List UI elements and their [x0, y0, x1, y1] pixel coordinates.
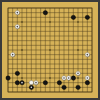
star-point	[77, 21, 79, 23]
star-point	[49, 77, 51, 79]
stone-black[interactable]	[85, 15, 89, 19]
stone-black[interactable]	[15, 81, 19, 85]
star-point	[77, 49, 79, 51]
move-number	[17, 12, 19, 14]
go-board[interactable]	[2, 2, 98, 98]
stone-black[interactable]	[15, 71, 19, 75]
stone-white[interactable]	[29, 81, 33, 85]
star-point	[21, 49, 23, 51]
move-number	[17, 26, 19, 28]
star-point	[21, 21, 23, 23]
stone-black[interactable]	[6, 76, 10, 80]
stone-black[interactable]	[57, 81, 61, 85]
stone-black[interactable]	[71, 76, 75, 80]
move-number	[77, 73, 79, 75]
move-number	[63, 77, 65, 79]
star-point	[49, 49, 51, 51]
stone-black[interactable]	[62, 85, 66, 89]
stone-black[interactable]	[43, 81, 47, 85]
move-number	[35, 82, 37, 84]
move-number	[12, 54, 14, 56]
move-number	[31, 87, 33, 89]
star-point	[49, 21, 51, 23]
stone-black[interactable]	[71, 15, 75, 19]
move-number	[87, 54, 89, 56]
stone-black[interactable]	[43, 11, 47, 15]
star-point	[77, 77, 79, 79]
stone-black[interactable]	[76, 85, 80, 89]
stone-black[interactable]	[85, 81, 89, 85]
move-number	[87, 77, 89, 79]
star-point	[21, 77, 23, 79]
go-board-svg[interactable]	[2, 2, 98, 98]
move-number	[68, 77, 70, 79]
move-number	[21, 82, 23, 84]
